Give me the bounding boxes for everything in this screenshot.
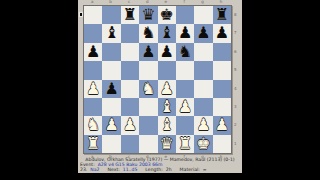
square-c8: ♜ xyxy=(121,6,139,24)
square-d1 xyxy=(139,135,157,153)
file-label-top-h: h xyxy=(212,0,230,4)
square-f4 xyxy=(176,80,194,98)
square-g1: ♚ xyxy=(194,135,212,153)
rank-label-3: 3 xyxy=(234,98,237,116)
square-h8: ♜ xyxy=(213,6,231,24)
chess-board: ♜♛♚♜♝♞♝♟♟♟♟♟♟♞♟♟♞♟♝♟♞♟♟♝♟♟♜♛♜♚ xyxy=(83,5,232,154)
square-d6: ♟ xyxy=(139,43,157,61)
square-b2: ♟ xyxy=(102,116,120,134)
white-pawn-f3: ♟ xyxy=(176,98,194,116)
square-h4 xyxy=(213,80,231,98)
square-e5 xyxy=(158,61,176,79)
square-c3 xyxy=(121,98,139,116)
white-pawn-g2: ♟ xyxy=(194,116,212,134)
white-bishop-e2: ♝ xyxy=(158,116,176,134)
square-e2: ♝ xyxy=(158,116,176,134)
rank-label-2: 2 xyxy=(234,116,237,134)
rank-label-5: 5 xyxy=(234,61,237,79)
square-a6: ♟ xyxy=(84,43,102,61)
file-label-top-b: b xyxy=(101,0,119,4)
viewer-panel: abcdefgh ♜♛♚♜♝♞♝♟♟♟♟♟♟♞♟♟♞♟♝♟♞♟♟♝♟♟♜♛♜♚ … xyxy=(78,0,242,173)
black-knight-d7: ♞ xyxy=(139,24,157,42)
square-f1: ♜ xyxy=(176,135,194,153)
square-h3 xyxy=(213,98,231,116)
square-b6 xyxy=(102,43,120,61)
rank-label-1: 1 xyxy=(234,135,237,153)
next-value: 11..d5 xyxy=(123,167,138,172)
black-rook-c8: ♜ xyxy=(121,6,139,24)
square-d8: ♛ xyxy=(139,6,157,24)
rank-labels-right: 87654321 xyxy=(234,6,237,153)
square-e8: ♚ xyxy=(158,6,176,24)
square-d7: ♞ xyxy=(139,24,157,42)
file-label-top-f: f xyxy=(175,0,193,4)
black-pawn-g7: ♟ xyxy=(194,24,212,42)
file-label-top-g: g xyxy=(193,0,211,4)
square-b1 xyxy=(102,135,120,153)
square-g7: ♟ xyxy=(194,24,212,42)
square-f6: ♞ xyxy=(176,43,194,61)
move-number: 23. xyxy=(80,167,87,172)
square-f3: ♟ xyxy=(176,98,194,116)
square-c6 xyxy=(121,43,139,61)
square-a2: ♞ xyxy=(84,116,102,134)
square-c4 xyxy=(121,80,139,98)
square-f2 xyxy=(176,116,194,134)
square-e3: ♝ xyxy=(158,98,176,116)
square-d3 xyxy=(139,98,157,116)
square-a4: ♟ xyxy=(84,80,102,98)
square-g4 xyxy=(194,80,212,98)
file-label-top-d: d xyxy=(138,0,156,4)
black-rook-h8: ♜ xyxy=(213,6,231,24)
square-a1: ♜ xyxy=(84,135,102,153)
last-move: Na2 xyxy=(90,167,99,172)
square-b3 xyxy=(102,98,120,116)
material-value: = xyxy=(203,167,207,172)
square-g3 xyxy=(194,98,212,116)
square-g5 xyxy=(194,61,212,79)
black-queen-d8: ♛ xyxy=(139,6,157,24)
white-king-g1: ♚ xyxy=(194,135,212,153)
square-b7: ♝ xyxy=(102,24,120,42)
rank-label-4: 4 xyxy=(234,80,237,98)
white-pawn-a4: ♟ xyxy=(84,80,102,98)
white-bishop-e3: ♝ xyxy=(158,98,176,116)
length-value: 2h xyxy=(166,167,172,172)
square-a5 xyxy=(84,61,102,79)
square-h7: ♟ xyxy=(213,24,231,42)
square-b8 xyxy=(102,6,120,24)
square-b4: ♟ xyxy=(102,80,120,98)
material-label: Material: xyxy=(180,167,200,172)
rank-label-6: 6 xyxy=(234,43,237,61)
square-d5 xyxy=(139,61,157,79)
length-label: Length: xyxy=(145,167,162,172)
black-king-e8: ♚ xyxy=(158,6,176,24)
game-info-footer: Abdulov, Orkhan Saratelly (1977) — Mamed… xyxy=(78,157,242,172)
white-pawn-h2: ♟ xyxy=(213,116,231,134)
file-label-top-e: e xyxy=(157,0,175,4)
square-b5 xyxy=(102,61,120,79)
square-c5 xyxy=(121,61,139,79)
square-h6 xyxy=(213,43,231,61)
white-knight-a2: ♞ xyxy=(84,116,102,134)
white-knight-d4: ♞ xyxy=(139,80,157,98)
square-h1 xyxy=(213,135,231,153)
black-pawn-f7: ♟ xyxy=(176,24,194,42)
square-f7: ♟ xyxy=(176,24,194,42)
black-pawn-d6: ♟ xyxy=(139,43,157,61)
square-c2: ♟ xyxy=(121,116,139,134)
next-label: Next: xyxy=(108,167,120,172)
black-pawn-e6: ♟ xyxy=(158,43,176,61)
square-c1 xyxy=(121,135,139,153)
black-pawn-h7: ♟ xyxy=(213,24,231,42)
square-f5 xyxy=(176,61,194,79)
square-d4: ♞ xyxy=(139,80,157,98)
white-queen-e1: ♛ xyxy=(158,135,176,153)
square-a8 xyxy=(84,6,102,24)
white-rook-a1: ♜ xyxy=(84,135,102,153)
white-pawn-e4: ♟ xyxy=(158,80,176,98)
file-labels-top: abcdefgh xyxy=(83,0,232,4)
square-e4: ♟ xyxy=(158,80,176,98)
square-g6 xyxy=(194,43,212,61)
white-pawn-b2: ♟ xyxy=(102,116,120,134)
square-a7 xyxy=(84,24,102,42)
square-e1: ♛ xyxy=(158,135,176,153)
file-label-top-a: a xyxy=(83,0,101,4)
square-e7: ♝ xyxy=(158,24,176,42)
square-d2 xyxy=(139,116,157,134)
white-rook-f1: ♜ xyxy=(176,135,194,153)
square-g2: ♟ xyxy=(194,116,212,134)
black-pawn-a6: ♟ xyxy=(84,43,102,61)
rank-label-8: 8 xyxy=(234,6,237,24)
square-c7 xyxy=(121,24,139,42)
square-h5 xyxy=(213,61,231,79)
black-bishop-b7: ♝ xyxy=(102,24,120,42)
square-g8 xyxy=(194,6,212,24)
black-bishop-e7: ♝ xyxy=(158,24,176,42)
black-pawn-b4: ♟ xyxy=(102,80,120,98)
square-f8 xyxy=(176,6,194,24)
file-label-top-c: c xyxy=(120,0,138,4)
black-knight-f6: ♞ xyxy=(176,43,194,61)
white-pawn-c2: ♟ xyxy=(121,116,139,134)
status-line: 23.Na2Next:11..d5Length:2hMaterial:= xyxy=(78,167,242,172)
square-h2: ♟ xyxy=(213,116,231,134)
square-e6: ♟ xyxy=(158,43,176,61)
rank-label-7: 7 xyxy=(234,24,237,42)
square-a3 xyxy=(84,98,102,116)
